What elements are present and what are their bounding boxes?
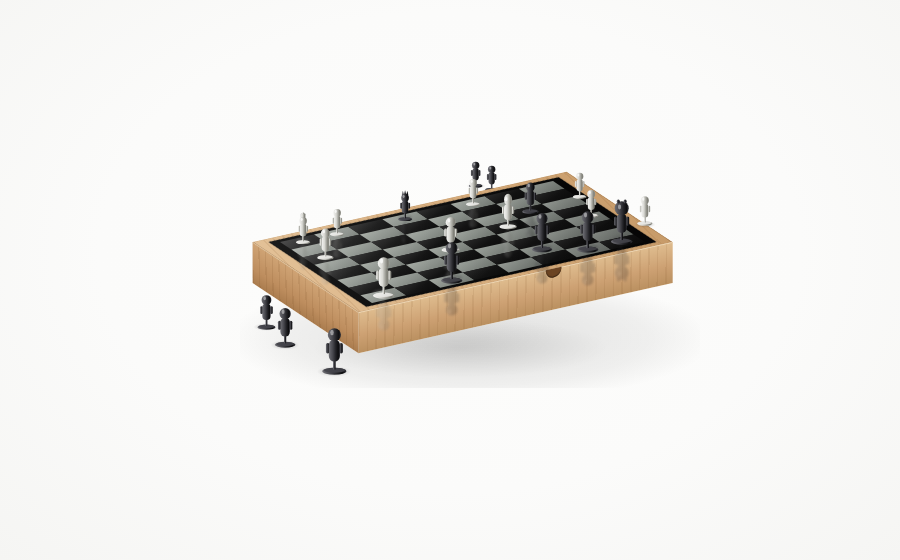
piece-nickel-pawn-a1[interactable] [370,250,397,299]
piece-gunmetal-pawn-offboard[interactable] [319,320,350,375]
piece-gunmetal-queen-d8[interactable] [396,189,414,222]
piece-gunmetal-pawn-f2[interactable] [529,206,555,253]
piece-nickel-pawn-f8[interactable] [464,174,482,207]
piece-nickel-pawn-a6[interactable] [315,223,336,260]
piece-gunmetal-pawn-g1[interactable] [574,204,601,253]
piece-gunmetal-pawn-c1[interactable] [438,235,465,284]
piece-nickel-king-a8[interactable] [294,212,312,245]
product-photo-stage [0,0,900,560]
piece-nickel-pawn-offboard[interactable] [635,191,655,226]
finger-notch[interactable] [546,267,562,279]
piece-gunmetal-knight-h1[interactable] [608,196,635,245]
piece-gunmetal-pawn-offboard[interactable] [272,301,298,348]
piece-nickel-bishop-f5[interactable] [497,190,519,230]
